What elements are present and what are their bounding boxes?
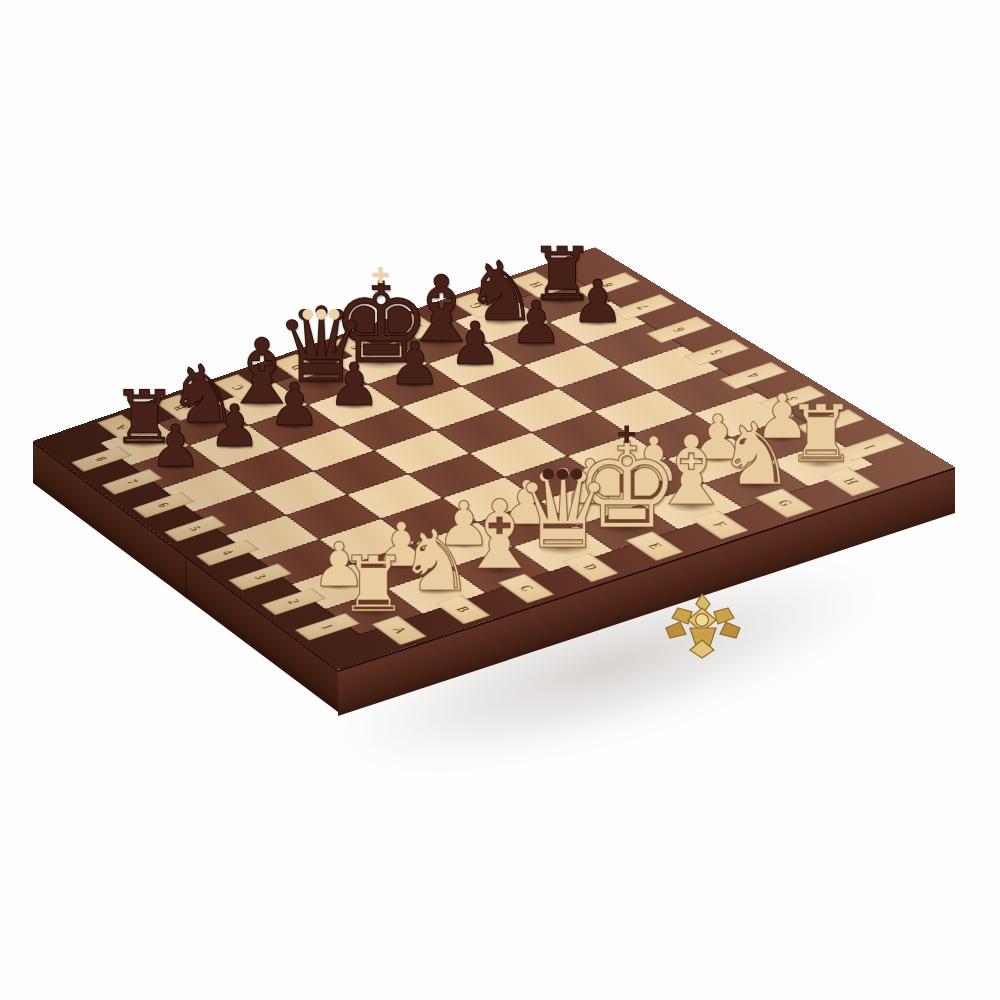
black-pawn-glyph: ♟ — [571, 272, 624, 331]
black-pawn-glyph: ♟ — [388, 335, 441, 394]
black-pawn-glyph: ♟ — [510, 293, 563, 352]
white-rook-glyph: ♜ — [786, 395, 857, 474]
brass-clasp — [662, 592, 744, 660]
white-king-cross: ✚ — [616, 423, 637, 447]
black-queen-crown-balls: ●●● — [302, 306, 342, 320]
white-knight-glyph: ♞ — [398, 518, 474, 603]
rank-label-right-5: 5 — [683, 339, 749, 366]
black-pawn-glyph: ♟ — [328, 355, 381, 414]
chess-set-photo: 88AA77BB66CC55DD44EE33FF22GG11HH ♜♞♝♛●●●… — [0, 0, 1000, 1000]
black-pawn-glyph: ♟ — [209, 397, 261, 455]
black-pawn-glyph: ♟ — [268, 376, 321, 435]
white-rook-glyph: ♜ — [339, 545, 408, 622]
black-pawn-glyph: ♟ — [150, 417, 202, 475]
black-pawn-glyph: ♟ — [449, 314, 502, 373]
black-king-cross: ✚ — [371, 265, 390, 287]
rank-label-right-6: 6 — [647, 316, 713, 342]
fold-seam — [185, 558, 186, 599]
white-queen-crown-balls: ●●● — [542, 466, 584, 481]
